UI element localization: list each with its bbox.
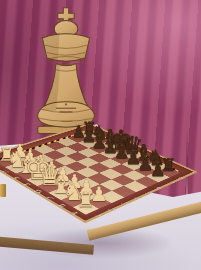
rank-label-7: 7 [162, 179, 178, 187]
photo-stage: HGFEDCBA87654321 ♜♞♝♛♚♝♞♜♟♟♟♟♟♟♟♟♟♟♟♟♟♟♟… [0, 0, 201, 270]
rank-label-1: 1 [90, 211, 108, 220]
rank-label-8: 8 [173, 174, 189, 181]
rank-label-3: 3 [116, 199, 133, 208]
piece-black-pawn-a7[interactable]: ♟ [150, 161, 166, 179]
rank-label-4: 4 [128, 194, 145, 202]
rank-label-6: 6 [151, 184, 168, 192]
board-hinge [0, 184, 6, 197]
rank-label-5: 5 [140, 189, 157, 197]
piece-white-rook-a1[interactable]: ♜ [77, 190, 96, 211]
